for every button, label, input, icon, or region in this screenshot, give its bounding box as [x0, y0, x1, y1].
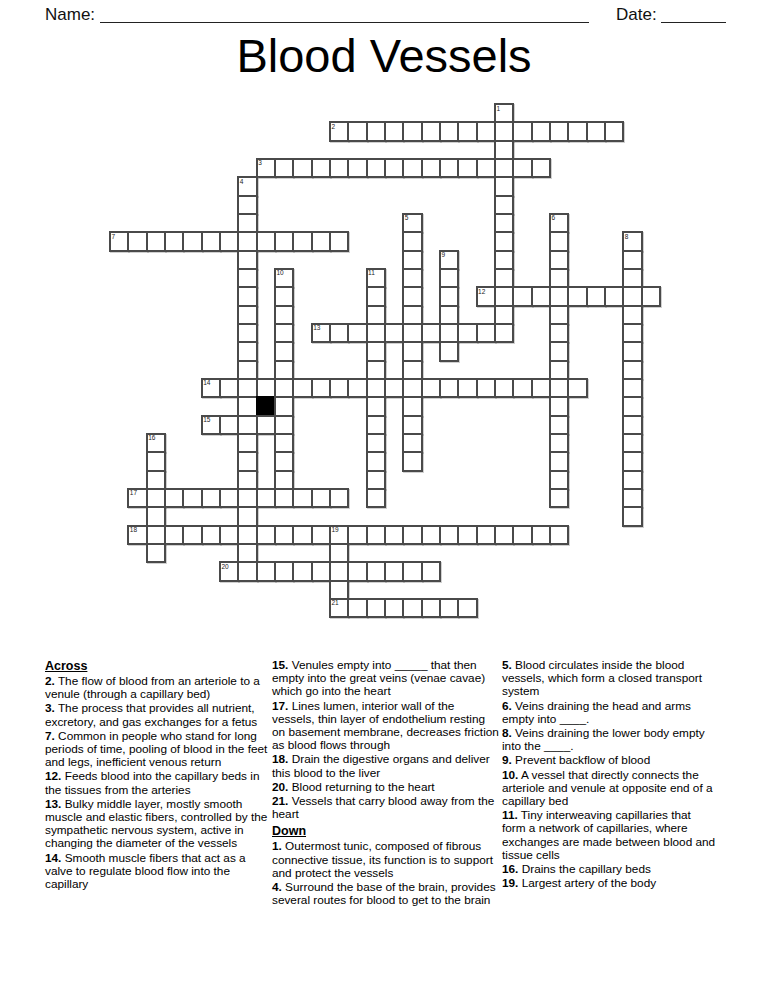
- crossword-cell[interactable]: [494, 140, 514, 160]
- crossword-cell[interactable]: [622, 305, 642, 325]
- crossword-cell[interactable]: [549, 488, 569, 508]
- crossword-cell[interactable]: [567, 378, 587, 398]
- crossword-cell[interactable]: [604, 121, 624, 141]
- crossword-cell[interactable]: [146, 451, 166, 471]
- crossword-cell[interactable]: [384, 561, 404, 581]
- across-clue-20: 20. Blood returning to the heart: [272, 781, 500, 794]
- crossword-cell[interactable]: [512, 286, 532, 306]
- down-clue-11: 11. Tiny interweaving capillaries that f…: [502, 809, 716, 862]
- crossword-cell[interactable]: [384, 121, 404, 141]
- crossword-cell[interactable]: [329, 231, 349, 251]
- crossword-cell[interactable]: [439, 121, 459, 141]
- crossword-cell[interactable]: [641, 286, 661, 306]
- crossword-cell[interactable]: [311, 525, 331, 545]
- crossword-cell[interactable]: [127, 525, 147, 545]
- across-clue-21: 21. Vessels that carry blood away from t…: [272, 795, 500, 821]
- crossword-cell[interactable]: [146, 543, 166, 563]
- crossword-cell[interactable]: [146, 525, 166, 545]
- crossword-cell[interactable]: [494, 286, 514, 306]
- crossword-cell[interactable]: [402, 378, 422, 398]
- crossword-cell[interactable]: [366, 360, 386, 380]
- crossword-cell[interactable]: [494, 250, 514, 270]
- crossword-cell[interactable]: [274, 305, 294, 325]
- date-label: Date:: [616, 5, 657, 25]
- crossword-cell[interactable]: [182, 231, 202, 251]
- crossword-cell[interactable]: [201, 415, 221, 435]
- crossword-cell[interactable]: [622, 433, 642, 453]
- crossword-cell[interactable]: [237, 396, 257, 416]
- crossword-cell[interactable]: [237, 250, 257, 270]
- clue-number-label: 16.: [502, 862, 518, 876]
- crossword-cell[interactable]: [366, 415, 386, 435]
- crossword-cell[interactable]: [366, 433, 386, 453]
- crossword-cell[interactable]: [274, 433, 294, 453]
- date-input-line[interactable]: [661, 4, 726, 23]
- crossword-cell[interactable]: [384, 525, 404, 545]
- crossword-cell[interactable]: [274, 396, 294, 416]
- clue-number-label: 15.: [272, 658, 288, 672]
- crossword-cell[interactable]: [421, 378, 441, 398]
- crossword-cell[interactable]: [146, 506, 166, 526]
- across-header: Across: [45, 659, 269, 673]
- crossword-cell[interactable]: [256, 525, 276, 545]
- crossword-cell[interactable]: [329, 158, 349, 178]
- clue-number-label: 2.: [45, 674, 55, 688]
- crossword-cell[interactable]: [109, 231, 129, 251]
- crossword-cell[interactable]: [494, 213, 514, 233]
- clue-column-3: 5. Blood circulates inside the blood ves…: [502, 659, 716, 891]
- crossword-cell[interactable]: [237, 543, 257, 563]
- across-clue-7: 7. Common in people who stand for long p…: [45, 730, 269, 770]
- worksheet-page: { "header": { "name_label": "Name:", "da…: [0, 0, 768, 994]
- crossword-cell[interactable]: [402, 396, 422, 416]
- crossword-cell[interactable]: [347, 158, 367, 178]
- crossword-cell[interactable]: [311, 323, 331, 343]
- crossword-cell[interactable]: [494, 103, 514, 123]
- crossword-cell[interactable]: [237, 378, 257, 398]
- crossword-cell[interactable]: [256, 561, 276, 581]
- crossword-cell[interactable]: [622, 231, 642, 251]
- page-title: Blood Vessels: [0, 28, 768, 83]
- crossword-cell[interactable]: [402, 451, 422, 471]
- crossword-cell[interactable]: [366, 268, 386, 288]
- crossword-cell[interactable]: [622, 506, 642, 526]
- crossword-cell[interactable]: [366, 305, 386, 325]
- crossword-cell[interactable]: [201, 488, 221, 508]
- crossword-cell[interactable]: [622, 378, 642, 398]
- crossword-cell[interactable]: [512, 378, 532, 398]
- crossword-cell[interactable]: [439, 158, 459, 178]
- down-clue-6: 6. Veins draining the head and arms empt…: [502, 700, 716, 726]
- crossword-cell[interactable]: [366, 323, 386, 343]
- crossword-cell[interactable]: [237, 415, 257, 435]
- crossword-cell[interactable]: [421, 525, 441, 545]
- crossword-cell[interactable]: [622, 323, 642, 343]
- crossword-cell[interactable]: [586, 121, 606, 141]
- crossword-cell[interactable]: [274, 231, 294, 251]
- crossword-cell[interactable]: [219, 415, 239, 435]
- crossword-cell[interactable]: [164, 231, 184, 251]
- crossword-cell[interactable]: [292, 158, 312, 178]
- crossword-cell[interactable]: [494, 195, 514, 215]
- crossword-cell[interactable]: [219, 561, 239, 581]
- crossword-cell[interactable]: [384, 378, 404, 398]
- clue-number-label: 8.: [502, 726, 512, 740]
- crossword-cell[interactable]: [329, 323, 349, 343]
- crossword-cell[interactable]: [457, 378, 477, 398]
- crossword-cell[interactable]: [402, 158, 422, 178]
- clue-number-label: 5.: [502, 658, 512, 672]
- crossword-cell[interactable]: [402, 286, 422, 306]
- crossword-cell[interactable]: [402, 525, 422, 545]
- crossword-cell[interactable]: [549, 396, 569, 416]
- crossword-cell[interactable]: [549, 470, 569, 490]
- crossword-cell[interactable]: [457, 525, 477, 545]
- across-clue-13: 13. Bulky middle layer, mostly smooth mu…: [45, 798, 269, 851]
- crossword-cell[interactable]: [237, 451, 257, 471]
- crossword-cell[interactable]: [237, 176, 257, 196]
- crossword-cell[interactable]: [274, 323, 294, 343]
- crossword-cell[interactable]: [219, 378, 239, 398]
- crossword-cell[interactable]: [549, 341, 569, 361]
- crossword-cell[interactable]: [366, 488, 386, 508]
- clue-number-label: 12.: [45, 769, 61, 783]
- crossword-cell[interactable]: [457, 121, 477, 141]
- crossword-cell[interactable]: [494, 176, 514, 196]
- across-clue-2: 2. The flow of blood from an arteriole t…: [45, 675, 269, 701]
- crossword-cell[interactable]: [366, 396, 386, 416]
- crossword-cell[interactable]: [439, 268, 459, 288]
- crossword-cell[interactable]: [622, 360, 642, 380]
- down-clue-4: 4. Surround the base of the brain, provi…: [272, 881, 500, 907]
- clue-number-label: 7.: [45, 729, 55, 743]
- down-header: Down: [272, 824, 500, 838]
- crossword-cell[interactable]: [421, 561, 441, 581]
- crossword-grid: 123456789101112131415161718192021: [110, 104, 660, 618]
- crossword-cell[interactable]: [402, 598, 422, 618]
- crossword-cell[interactable]: [274, 286, 294, 306]
- crossword-cell[interactable]: [476, 323, 496, 343]
- crossword-cell[interactable]: [384, 598, 404, 618]
- crossword-cell[interactable]: [549, 250, 569, 270]
- crossword-cell[interactable]: [201, 231, 221, 251]
- clue-column-1: Across2. The flow of blood from an arter…: [45, 659, 269, 892]
- clue-number-label: 10.: [502, 768, 518, 782]
- crossword-cell[interactable]: [366, 470, 386, 490]
- crossword-cell[interactable]: [402, 323, 422, 343]
- crossword-cell[interactable]: [256, 378, 276, 398]
- crossword-cell[interactable]: [549, 268, 569, 288]
- crossword-cell[interactable]: [439, 378, 459, 398]
- crossword-cell[interactable]: [237, 561, 257, 581]
- name-label: Name:: [45, 5, 95, 25]
- crossword-cell[interactable]: [146, 231, 166, 251]
- crossword-cell[interactable]: [256, 231, 276, 251]
- clue-number-label: 6.: [502, 699, 512, 713]
- crossword-cell[interactable]: [439, 525, 459, 545]
- crossword-cell[interactable]: [164, 488, 184, 508]
- crossword-cell[interactable]: [201, 525, 221, 545]
- crossword-cell[interactable]: [237, 433, 257, 453]
- crossword-cell[interactable]: [292, 378, 312, 398]
- clue-number-label: 20.: [272, 780, 288, 794]
- crossword-cell[interactable]: [237, 268, 257, 288]
- crossword-cell[interactable]: [476, 378, 496, 398]
- crossword-cell[interactable]: [237, 470, 257, 490]
- crossword-cell[interactable]: [311, 488, 331, 508]
- crossword-cell[interactable]: [256, 488, 276, 508]
- crossword-cell[interactable]: [549, 433, 569, 453]
- crossword-cell[interactable]: [366, 158, 386, 178]
- crossword-cell[interactable]: [531, 525, 551, 545]
- crossword-cell[interactable]: [531, 121, 551, 141]
- crossword-cell[interactable]: [329, 525, 349, 545]
- crossword-cell[interactable]: [384, 323, 404, 343]
- crossword-cell[interactable]: [237, 488, 257, 508]
- crossword-cell[interactable]: [402, 360, 422, 380]
- down-clue-10: 10. A vessel that directly connects the …: [502, 769, 716, 809]
- crossword-cell[interactable]: [237, 286, 257, 306]
- crossword-cell[interactable]: [402, 250, 422, 270]
- crossword-cell[interactable]: [402, 305, 422, 325]
- crossword-cell[interactable]: [366, 378, 386, 398]
- crossword-cell[interactable]: [439, 598, 459, 618]
- crossword-cell[interactable]: [549, 451, 569, 471]
- crossword-cell[interactable]: [402, 561, 422, 581]
- crossword-cell[interactable]: [274, 268, 294, 288]
- clue-number-label: 4.: [272, 880, 282, 894]
- crossword-cell[interactable]: [439, 323, 459, 343]
- crossword-cell[interactable]: [549, 231, 569, 251]
- crossword-cell[interactable]: [274, 415, 294, 435]
- crossword-cell[interactable]: [366, 451, 386, 471]
- clue-number-label: 21.: [272, 794, 288, 808]
- crossword-cell[interactable]: [347, 598, 367, 618]
- crossword-cell[interactable]: [402, 231, 422, 251]
- crossword-cell[interactable]: [421, 121, 441, 141]
- crossword-cell[interactable]: [219, 488, 239, 508]
- down-clue-9: 9. Prevent backflow of blood: [502, 754, 716, 767]
- crossword-cell[interactable]: [311, 561, 331, 581]
- crossword-cell[interactable]: [182, 525, 202, 545]
- crossword-cell[interactable]: [329, 543, 349, 563]
- crossword-cell[interactable]: [549, 525, 569, 545]
- crossword-cell[interactable]: [256, 415, 276, 435]
- crossword-cell[interactable]: [402, 341, 422, 361]
- crossword-cell[interactable]: [347, 121, 367, 141]
- crossword-cell[interactable]: [311, 158, 331, 178]
- across-clue-14: 14. Smooth muscle fibers that act as a v…: [45, 852, 269, 892]
- crossword-cell[interactable]: [237, 213, 257, 233]
- clues-section: Across2. The flow of blood from an arter…: [0, 659, 768, 979]
- crossword-cell[interactable]: [476, 525, 496, 545]
- crossword-cell[interactable]: [237, 195, 257, 215]
- crossword-cell[interactable]: [274, 378, 294, 398]
- crossword-cell[interactable]: [329, 598, 349, 618]
- name-input-line[interactable]: [100, 4, 589, 23]
- crossword-cell[interactable]: [164, 525, 184, 545]
- crossword-cell[interactable]: [402, 415, 422, 435]
- crossword-cell[interactable]: [366, 561, 386, 581]
- crossword-cell[interactable]: [256, 158, 276, 178]
- crossword-cell[interactable]: [347, 323, 367, 343]
- crossword-cell[interactable]: [311, 378, 331, 398]
- clue-number-label: 13.: [45, 797, 61, 811]
- crossword-cell[interactable]: [622, 451, 642, 471]
- crossword-cell[interactable]: [622, 341, 642, 361]
- crossword-cell[interactable]: [512, 158, 532, 178]
- crossword-cell[interactable]: [366, 598, 386, 618]
- crossword-cell[interactable]: [549, 121, 569, 141]
- crossword-cell[interactable]: [567, 286, 587, 306]
- crossword-cell[interactable]: [274, 158, 294, 178]
- crossword-cell[interactable]: [311, 231, 331, 251]
- crossword-cell[interactable]: [622, 268, 642, 288]
- crossword-cell[interactable]: [402, 268, 422, 288]
- crossword-cell[interactable]: [329, 580, 349, 600]
- crossword-cell[interactable]: [237, 305, 257, 325]
- crossword-cell[interactable]: [421, 598, 441, 618]
- crossword-cell[interactable]: [237, 323, 257, 343]
- crossword-cell[interactable]: [549, 323, 569, 343]
- crossword-cell[interactable]: [531, 286, 551, 306]
- crossword-cell[interactable]: [476, 158, 496, 178]
- crossword-cell[interactable]: [494, 268, 514, 288]
- clue-number-label: 1.: [272, 839, 282, 853]
- crossword-cell[interactable]: [512, 121, 532, 141]
- crossword-cell[interactable]: [402, 213, 422, 233]
- crossword-cell[interactable]: [402, 433, 422, 453]
- crossword-cell[interactable]: [292, 561, 312, 581]
- across-clue-3: 3. The process that provides all nutrien…: [45, 702, 269, 728]
- crossword-cell[interactable]: [201, 378, 221, 398]
- clue-column-2: 15. Venules empty into _____ that then e…: [272, 659, 500, 908]
- clue-number-label: 11.: [502, 808, 518, 822]
- crossword-cell[interactable]: [347, 561, 367, 581]
- crossword-cell[interactable]: [421, 323, 441, 343]
- clue-number-label: 19.: [502, 876, 518, 890]
- across-clue-12: 12. Feeds blood into the capillary beds …: [45, 770, 269, 796]
- crossword-cell[interactable]: [366, 525, 386, 545]
- crossword-cell[interactable]: [494, 525, 514, 545]
- crossword-cell[interactable]: [622, 470, 642, 490]
- crossword-cell[interactable]: [512, 525, 532, 545]
- crossword-cell[interactable]: [549, 360, 569, 380]
- crossword-cell[interactable]: [274, 470, 294, 490]
- crossword-cell[interactable]: [366, 121, 386, 141]
- crossword-cell[interactable]: [549, 305, 569, 325]
- crossword-cell[interactable]: [622, 286, 642, 306]
- black-cell: [256, 396, 276, 416]
- crossword-cell[interactable]: [146, 488, 166, 508]
- crossword-cell[interactable]: [531, 158, 551, 178]
- crossword-cell[interactable]: [274, 488, 294, 508]
- crossword-cell[interactable]: [549, 213, 569, 233]
- clue-number-label: 18.: [272, 752, 288, 766]
- crossword-cell[interactable]: [329, 561, 349, 581]
- crossword-cell[interactable]: [237, 506, 257, 526]
- crossword-cell[interactable]: [329, 121, 349, 141]
- crossword-cell[interactable]: [384, 158, 404, 178]
- crossword-cell[interactable]: [146, 433, 166, 453]
- crossword-cell[interactable]: [292, 525, 312, 545]
- clue-number-label: 17.: [272, 699, 288, 713]
- crossword-cell[interactable]: [366, 286, 386, 306]
- down-clue-19: 19. Largest artery of the body: [502, 877, 716, 890]
- crossword-cell[interactable]: [439, 250, 459, 270]
- crossword-cell[interactable]: [494, 158, 514, 178]
- down-clue-16: 16. Drains the capillary beds: [502, 863, 716, 876]
- crossword-cell[interactable]: [476, 286, 496, 306]
- crossword-cell[interactable]: [549, 378, 569, 398]
- crossword-cell[interactable]: [476, 121, 496, 141]
- crossword-cell[interactable]: [329, 378, 349, 398]
- crossword-cell[interactable]: [292, 488, 312, 508]
- crossword-cell[interactable]: [274, 451, 294, 471]
- crossword-cell[interactable]: [237, 341, 257, 361]
- crossword-cell[interactable]: [494, 378, 514, 398]
- crossword-cell[interactable]: [549, 415, 569, 435]
- down-clue-5: 5. Blood circulates inside the blood ves…: [502, 659, 716, 699]
- crossword-cell[interactable]: [622, 415, 642, 435]
- crossword-cell[interactable]: [549, 286, 569, 306]
- crossword-cell[interactable]: [622, 396, 642, 416]
- crossword-cell[interactable]: [439, 286, 459, 306]
- across-clue-17: 17. Lines lumen, interior wall of the ve…: [272, 700, 500, 753]
- crossword-cell[interactable]: [219, 231, 239, 251]
- crossword-cell[interactable]: [182, 488, 202, 508]
- crossword-cell[interactable]: [237, 360, 257, 380]
- crossword-cell[interactable]: [457, 158, 477, 178]
- crossword-cell[interactable]: [274, 561, 294, 581]
- crossword-cell[interactable]: [237, 525, 257, 545]
- crossword-cell[interactable]: [274, 525, 294, 545]
- crossword-cell[interactable]: [292, 231, 312, 251]
- crossword-cell[interactable]: [457, 323, 477, 343]
- crossword-cell[interactable]: [274, 341, 294, 361]
- crossword-cell[interactable]: [347, 378, 367, 398]
- crossword-cell[interactable]: [274, 360, 294, 380]
- down-clue-8: 8. Veins draining the lower body empty i…: [502, 727, 716, 753]
- crossword-cell[interactable]: [531, 378, 551, 398]
- crossword-cell[interactable]: [494, 231, 514, 251]
- crossword-cell[interactable]: [494, 121, 514, 141]
- crossword-cell[interactable]: [604, 286, 624, 306]
- crossword-cell[interactable]: [494, 323, 514, 343]
- crossword-cell[interactable]: [347, 525, 367, 545]
- crossword-cell[interactable]: [127, 488, 147, 508]
- crossword-cell[interactable]: [439, 305, 459, 325]
- crossword-cell[interactable]: [329, 488, 349, 508]
- crossword-cell[interactable]: [402, 121, 422, 141]
- crossword-cell[interactable]: [567, 121, 587, 141]
- crossword-cell[interactable]: [439, 341, 459, 361]
- crossword-cell[interactable]: [494, 305, 514, 325]
- crossword-cell[interactable]: [127, 231, 147, 251]
- across-clue-15: 15. Venules empty into _____ that then e…: [272, 659, 500, 699]
- crossword-cell[interactable]: [421, 158, 441, 178]
- down-clue-1: 1. Outermost tunic, composed of fibrous …: [272, 840, 500, 880]
- crossword-cell[interactable]: [622, 250, 642, 270]
- crossword-cell[interactable]: [366, 341, 386, 361]
- crossword-cell[interactable]: [457, 598, 477, 618]
- crossword-cell[interactable]: [237, 231, 257, 251]
- crossword-cell[interactable]: [219, 525, 239, 545]
- across-clue-18: 18. Drain the digestive organs and deliv…: [272, 753, 500, 779]
- crossword-cell[interactable]: [586, 286, 606, 306]
- crossword-cell[interactable]: [622, 488, 642, 508]
- crossword-cell[interactable]: [146, 470, 166, 490]
